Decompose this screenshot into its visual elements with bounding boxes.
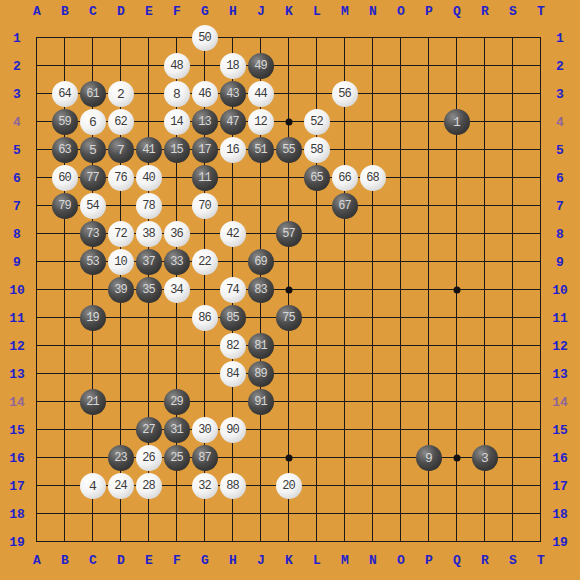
intersection-K3[interactable] (275, 80, 303, 108)
intersection-R12[interactable] (471, 332, 499, 360)
intersection-P11[interactable] (415, 304, 443, 332)
intersection-C14[interactable]: 21 (79, 388, 107, 416)
intersection-B2[interactable] (51, 52, 79, 80)
intersection-N1[interactable] (359, 24, 387, 52)
intersection-K16[interactable] (275, 444, 303, 472)
intersection-P8[interactable] (415, 220, 443, 248)
intersection-C13[interactable] (79, 360, 107, 388)
intersection-D11[interactable] (107, 304, 135, 332)
intersection-O18[interactable] (387, 500, 415, 528)
intersection-O5[interactable] (387, 136, 415, 164)
stone-black-91-J14[interactable]: 91 (248, 389, 274, 415)
intersection-N10[interactable] (359, 276, 387, 304)
intersection-T16[interactable] (527, 444, 555, 472)
intersection-M13[interactable] (331, 360, 359, 388)
intersection-L17[interactable] (303, 472, 331, 500)
intersection-L8[interactable] (303, 220, 331, 248)
intersection-K4[interactable] (275, 108, 303, 136)
intersection-K1[interactable] (275, 24, 303, 52)
intersection-H13[interactable]: 84 (219, 360, 247, 388)
intersection-P6[interactable] (415, 164, 443, 192)
intersection-L13[interactable] (303, 360, 331, 388)
stone-black-11-G6[interactable]: 11 (192, 165, 218, 191)
intersection-H9[interactable] (219, 248, 247, 276)
intersection-L6[interactable]: 65 (303, 164, 331, 192)
intersection-C1[interactable] (79, 24, 107, 52)
intersection-M1[interactable] (331, 24, 359, 52)
intersection-E3[interactable] (135, 80, 163, 108)
intersection-N19[interactable] (359, 528, 387, 556)
intersection-T9[interactable] (527, 248, 555, 276)
intersection-B11[interactable] (51, 304, 79, 332)
intersection-G6[interactable]: 11 (191, 164, 219, 192)
intersection-P16[interactable]: 9 (415, 444, 443, 472)
stone-black-5-C5[interactable]: 5 (80, 137, 106, 163)
stone-white-86-G11[interactable]: 86 (192, 305, 218, 331)
intersection-F4[interactable]: 14 (163, 108, 191, 136)
intersection-M15[interactable] (331, 416, 359, 444)
intersection-T6[interactable] (527, 164, 555, 192)
intersection-A19[interactable] (23, 528, 51, 556)
intersection-T3[interactable] (527, 80, 555, 108)
intersection-N5[interactable] (359, 136, 387, 164)
intersection-Q1[interactable] (443, 24, 471, 52)
intersection-M19[interactable] (331, 528, 359, 556)
intersection-B14[interactable] (51, 388, 79, 416)
intersection-R11[interactable] (471, 304, 499, 332)
stone-white-38-E8[interactable]: 38 (136, 221, 162, 247)
intersection-D19[interactable] (107, 528, 135, 556)
intersection-G9[interactable]: 22 (191, 248, 219, 276)
intersection-M8[interactable] (331, 220, 359, 248)
intersection-H19[interactable] (219, 528, 247, 556)
intersection-A16[interactable] (23, 444, 51, 472)
stone-black-47-H4[interactable]: 47 (220, 109, 246, 135)
intersection-M7[interactable]: 67 (331, 192, 359, 220)
intersection-F6[interactable] (163, 164, 191, 192)
intersection-K18[interactable] (275, 500, 303, 528)
stone-white-88-H17[interactable]: 88 (220, 473, 246, 499)
intersection-R19[interactable] (471, 528, 499, 556)
intersection-O9[interactable] (387, 248, 415, 276)
intersection-J19[interactable] (247, 528, 275, 556)
intersection-E1[interactable] (135, 24, 163, 52)
intersection-C17[interactable]: 4 (79, 472, 107, 500)
intersection-L4[interactable]: 52 (303, 108, 331, 136)
intersection-M5[interactable] (331, 136, 359, 164)
intersection-R13[interactable] (471, 360, 499, 388)
intersection-P5[interactable] (415, 136, 443, 164)
intersection-E15[interactable]: 27 (135, 416, 163, 444)
intersection-G1[interactable]: 50 (191, 24, 219, 52)
intersection-P17[interactable] (415, 472, 443, 500)
intersection-S15[interactable] (499, 416, 527, 444)
stone-white-26-E16[interactable]: 26 (136, 445, 162, 471)
intersection-N13[interactable] (359, 360, 387, 388)
stone-white-8-F3[interactable]: 8 (164, 81, 190, 107)
intersection-P10[interactable] (415, 276, 443, 304)
intersection-F9[interactable]: 33 (163, 248, 191, 276)
stone-white-2-D3[interactable]: 2 (108, 81, 134, 107)
stone-black-7-D5[interactable]: 7 (108, 137, 134, 163)
stone-black-77-C6[interactable]: 77 (80, 165, 106, 191)
intersection-Q5[interactable] (443, 136, 471, 164)
intersection-G4[interactable]: 13 (191, 108, 219, 136)
intersection-M11[interactable] (331, 304, 359, 332)
stone-black-67-M7[interactable]: 67 (332, 193, 358, 219)
stone-white-22-G9[interactable]: 22 (192, 249, 218, 275)
intersection-L9[interactable] (303, 248, 331, 276)
intersection-F14[interactable]: 29 (163, 388, 191, 416)
intersection-P1[interactable] (415, 24, 443, 52)
stone-black-17-G5[interactable]: 17 (192, 137, 218, 163)
intersection-B6[interactable]: 60 (51, 164, 79, 192)
intersection-E5[interactable]: 41 (135, 136, 163, 164)
intersection-A10[interactable] (23, 276, 51, 304)
intersection-D2[interactable] (107, 52, 135, 80)
intersection-H16[interactable] (219, 444, 247, 472)
stone-black-57-K8[interactable]: 57 (276, 221, 302, 247)
intersection-L2[interactable] (303, 52, 331, 80)
stone-black-33-F9[interactable]: 33 (164, 249, 190, 275)
stone-white-66-M6[interactable]: 66 (332, 165, 358, 191)
intersection-B16[interactable] (51, 444, 79, 472)
intersection-K8[interactable]: 57 (275, 220, 303, 248)
stone-black-65-L6[interactable]: 65 (304, 165, 330, 191)
intersection-R15[interactable] (471, 416, 499, 444)
intersection-F1[interactable] (163, 24, 191, 52)
intersection-P3[interactable] (415, 80, 443, 108)
stone-white-62-D4[interactable]: 62 (108, 109, 134, 135)
intersection-F17[interactable] (163, 472, 191, 500)
intersection-N6[interactable]: 68 (359, 164, 387, 192)
intersection-O10[interactable] (387, 276, 415, 304)
intersection-D3[interactable]: 2 (107, 80, 135, 108)
intersection-J13[interactable]: 89 (247, 360, 275, 388)
stone-white-68-N6[interactable]: 68 (360, 165, 386, 191)
intersection-E8[interactable]: 38 (135, 220, 163, 248)
intersection-N4[interactable] (359, 108, 387, 136)
stone-white-24-D17[interactable]: 24 (108, 473, 134, 499)
intersection-K6[interactable] (275, 164, 303, 192)
intersection-B3[interactable]: 64 (51, 80, 79, 108)
intersection-L1[interactable] (303, 24, 331, 52)
intersection-J8[interactable] (247, 220, 275, 248)
intersection-A17[interactable] (23, 472, 51, 500)
intersection-B8[interactable] (51, 220, 79, 248)
intersection-E14[interactable] (135, 388, 163, 416)
intersection-L19[interactable] (303, 528, 331, 556)
intersection-N8[interactable] (359, 220, 387, 248)
stone-white-48-F2[interactable]: 48 (164, 53, 190, 79)
intersection-K15[interactable] (275, 416, 303, 444)
intersection-Q2[interactable] (443, 52, 471, 80)
intersection-O16[interactable] (387, 444, 415, 472)
intersection-N17[interactable] (359, 472, 387, 500)
intersection-R5[interactable] (471, 136, 499, 164)
intersection-E19[interactable] (135, 528, 163, 556)
intersection-C19[interactable] (79, 528, 107, 556)
stone-white-10-D9[interactable]: 10 (108, 249, 134, 275)
stone-black-35-E10[interactable]: 35 (136, 277, 162, 303)
intersection-J1[interactable] (247, 24, 275, 52)
intersection-T10[interactable] (527, 276, 555, 304)
intersection-O11[interactable] (387, 304, 415, 332)
intersection-B18[interactable] (51, 500, 79, 528)
stone-white-60-B6[interactable]: 60 (52, 165, 78, 191)
intersection-S7[interactable] (499, 192, 527, 220)
intersection-F8[interactable]: 36 (163, 220, 191, 248)
intersection-Q15[interactable] (443, 416, 471, 444)
intersection-P7[interactable] (415, 192, 443, 220)
intersection-C16[interactable] (79, 444, 107, 472)
intersection-Q12[interactable] (443, 332, 471, 360)
intersection-O7[interactable] (387, 192, 415, 220)
intersection-P4[interactable] (415, 108, 443, 136)
intersection-G5[interactable]: 17 (191, 136, 219, 164)
stone-white-72-D8[interactable]: 72 (108, 221, 134, 247)
intersection-F18[interactable] (163, 500, 191, 528)
stone-black-59-B4[interactable]: 59 (52, 109, 78, 135)
intersection-H6[interactable] (219, 164, 247, 192)
intersection-P15[interactable] (415, 416, 443, 444)
intersection-H8[interactable]: 42 (219, 220, 247, 248)
intersection-C10[interactable] (79, 276, 107, 304)
intersection-S12[interactable] (499, 332, 527, 360)
intersection-C18[interactable] (79, 500, 107, 528)
intersection-O12[interactable] (387, 332, 415, 360)
intersection-D1[interactable] (107, 24, 135, 52)
intersection-P13[interactable] (415, 360, 443, 388)
intersection-M16[interactable] (331, 444, 359, 472)
intersection-E17[interactable]: 28 (135, 472, 163, 500)
intersection-S8[interactable] (499, 220, 527, 248)
intersection-C15[interactable] (79, 416, 107, 444)
intersection-T15[interactable] (527, 416, 555, 444)
intersection-D12[interactable] (107, 332, 135, 360)
intersection-O19[interactable] (387, 528, 415, 556)
intersection-E9[interactable]: 37 (135, 248, 163, 276)
intersection-R14[interactable] (471, 388, 499, 416)
intersection-M9[interactable] (331, 248, 359, 276)
stone-white-64-B3[interactable]: 64 (52, 81, 78, 107)
intersection-F13[interactable] (163, 360, 191, 388)
intersection-S3[interactable] (499, 80, 527, 108)
intersection-B4[interactable]: 59 (51, 108, 79, 136)
intersection-A5[interactable] (23, 136, 51, 164)
stone-black-53-C9[interactable]: 53 (80, 249, 106, 275)
intersection-E7[interactable]: 78 (135, 192, 163, 220)
intersection-J5[interactable]: 51 (247, 136, 275, 164)
intersection-D13[interactable] (107, 360, 135, 388)
stone-white-46-G3[interactable]: 46 (192, 81, 218, 107)
intersection-Q17[interactable] (443, 472, 471, 500)
intersection-N7[interactable] (359, 192, 387, 220)
stone-black-69-J9[interactable]: 69 (248, 249, 274, 275)
intersection-J9[interactable]: 69 (247, 248, 275, 276)
stone-black-85-H11[interactable]: 85 (220, 305, 246, 331)
intersection-H4[interactable]: 47 (219, 108, 247, 136)
intersection-F7[interactable] (163, 192, 191, 220)
stone-white-44-J3[interactable]: 44 (248, 81, 274, 107)
stone-black-25-F16[interactable]: 25 (164, 445, 190, 471)
intersection-H7[interactable] (219, 192, 247, 220)
stone-white-70-G7[interactable]: 70 (192, 193, 218, 219)
intersection-O8[interactable] (387, 220, 415, 248)
intersection-R10[interactable] (471, 276, 499, 304)
intersection-Q9[interactable] (443, 248, 471, 276)
intersection-P9[interactable] (415, 248, 443, 276)
intersection-N3[interactable] (359, 80, 387, 108)
intersection-P12[interactable] (415, 332, 443, 360)
intersection-P18[interactable] (415, 500, 443, 528)
intersection-Q7[interactable] (443, 192, 471, 220)
intersection-R2[interactable] (471, 52, 499, 80)
intersection-D6[interactable]: 76 (107, 164, 135, 192)
intersection-E18[interactable] (135, 500, 163, 528)
intersection-P14[interactable] (415, 388, 443, 416)
intersection-C7[interactable]: 54 (79, 192, 107, 220)
stone-white-40-E6[interactable]: 40 (136, 165, 162, 191)
intersection-H15[interactable]: 90 (219, 416, 247, 444)
intersection-S17[interactable] (499, 472, 527, 500)
intersection-J10[interactable]: 83 (247, 276, 275, 304)
stone-white-34-F10[interactable]: 34 (164, 277, 190, 303)
intersection-H3[interactable]: 43 (219, 80, 247, 108)
intersection-A2[interactable] (23, 52, 51, 80)
intersection-T2[interactable] (527, 52, 555, 80)
intersection-R6[interactable] (471, 164, 499, 192)
intersection-J7[interactable] (247, 192, 275, 220)
stone-white-28-E17[interactable]: 28 (136, 473, 162, 499)
intersection-E11[interactable] (135, 304, 163, 332)
intersection-L16[interactable] (303, 444, 331, 472)
intersection-C9[interactable]: 53 (79, 248, 107, 276)
intersection-Q19[interactable] (443, 528, 471, 556)
stone-black-9-P16[interactable]: 9 (416, 445, 442, 471)
stone-black-61-C3[interactable]: 61 (80, 81, 106, 107)
intersection-M17[interactable] (331, 472, 359, 500)
stone-white-42-H8[interactable]: 42 (220, 221, 246, 247)
intersection-A14[interactable] (23, 388, 51, 416)
intersection-J12[interactable]: 81 (247, 332, 275, 360)
intersection-E12[interactable] (135, 332, 163, 360)
intersection-R3[interactable] (471, 80, 499, 108)
intersection-A13[interactable] (23, 360, 51, 388)
intersection-J16[interactable] (247, 444, 275, 472)
intersection-L14[interactable] (303, 388, 331, 416)
stone-white-84-H13[interactable]: 84 (220, 361, 246, 387)
intersection-B1[interactable] (51, 24, 79, 52)
intersection-L15[interactable] (303, 416, 331, 444)
stone-white-82-H12[interactable]: 82 (220, 333, 246, 359)
intersection-N15[interactable] (359, 416, 387, 444)
intersection-K10[interactable] (275, 276, 303, 304)
intersection-F15[interactable]: 31 (163, 416, 191, 444)
intersection-N14[interactable] (359, 388, 387, 416)
stone-white-52-L4[interactable]: 52 (304, 109, 330, 135)
stone-black-21-C14[interactable]: 21 (80, 389, 106, 415)
intersection-A7[interactable] (23, 192, 51, 220)
intersection-R1[interactable] (471, 24, 499, 52)
stone-white-18-H2[interactable]: 18 (220, 53, 246, 79)
intersection-T5[interactable] (527, 136, 555, 164)
intersection-H5[interactable]: 16 (219, 136, 247, 164)
intersection-D10[interactable]: 39 (107, 276, 135, 304)
intersection-G18[interactable] (191, 500, 219, 528)
intersection-S2[interactable] (499, 52, 527, 80)
intersection-N12[interactable] (359, 332, 387, 360)
stone-black-83-J10[interactable]: 83 (248, 277, 274, 303)
intersection-E2[interactable] (135, 52, 163, 80)
intersection-Q8[interactable] (443, 220, 471, 248)
stone-white-74-H10[interactable]: 74 (220, 277, 246, 303)
intersection-T4[interactable] (527, 108, 555, 136)
stone-black-15-F5[interactable]: 15 (164, 137, 190, 163)
stone-white-12-J4[interactable]: 12 (248, 109, 274, 135)
intersection-H2[interactable]: 18 (219, 52, 247, 80)
intersection-S19[interactable] (499, 528, 527, 556)
intersection-G11[interactable]: 86 (191, 304, 219, 332)
intersection-P2[interactable] (415, 52, 443, 80)
intersection-H14[interactable] (219, 388, 247, 416)
intersection-J15[interactable] (247, 416, 275, 444)
intersection-H10[interactable]: 74 (219, 276, 247, 304)
intersection-J14[interactable]: 91 (247, 388, 275, 416)
intersection-O1[interactable] (387, 24, 415, 52)
intersection-F2[interactable]: 48 (163, 52, 191, 80)
intersection-B15[interactable] (51, 416, 79, 444)
intersection-S13[interactable] (499, 360, 527, 388)
intersection-K5[interactable]: 55 (275, 136, 303, 164)
stone-white-20-K17[interactable]: 20 (276, 473, 302, 499)
intersection-J18[interactable] (247, 500, 275, 528)
stone-black-81-J12[interactable]: 81 (248, 333, 274, 359)
stone-black-3-R16[interactable]: 3 (472, 445, 498, 471)
intersection-G19[interactable] (191, 528, 219, 556)
intersection-K13[interactable] (275, 360, 303, 388)
intersection-F12[interactable] (163, 332, 191, 360)
intersection-O13[interactable] (387, 360, 415, 388)
intersection-K12[interactable] (275, 332, 303, 360)
intersection-D15[interactable] (107, 416, 135, 444)
stone-black-79-B7[interactable]: 79 (52, 193, 78, 219)
intersection-M2[interactable] (331, 52, 359, 80)
intersection-M3[interactable]: 56 (331, 80, 359, 108)
stone-black-43-H3[interactable]: 43 (220, 81, 246, 107)
intersection-A1[interactable] (23, 24, 51, 52)
stone-black-51-J5[interactable]: 51 (248, 137, 274, 163)
stone-black-63-B5[interactable]: 63 (52, 137, 78, 163)
intersection-A18[interactable] (23, 500, 51, 528)
intersection-Q14[interactable] (443, 388, 471, 416)
intersection-H18[interactable] (219, 500, 247, 528)
stone-white-54-C7[interactable]: 54 (80, 193, 106, 219)
stone-black-75-K11[interactable]: 75 (276, 305, 302, 331)
intersection-L11[interactable] (303, 304, 331, 332)
intersection-L12[interactable] (303, 332, 331, 360)
intersection-R8[interactable] (471, 220, 499, 248)
intersection-C5[interactable]: 5 (79, 136, 107, 164)
intersection-F19[interactable] (163, 528, 191, 556)
intersection-L3[interactable] (303, 80, 331, 108)
intersection-Q6[interactable] (443, 164, 471, 192)
intersection-R9[interactable] (471, 248, 499, 276)
intersection-A6[interactable] (23, 164, 51, 192)
intersection-B9[interactable] (51, 248, 79, 276)
stone-white-30-G15[interactable]: 30 (192, 417, 218, 443)
intersection-G14[interactable] (191, 388, 219, 416)
